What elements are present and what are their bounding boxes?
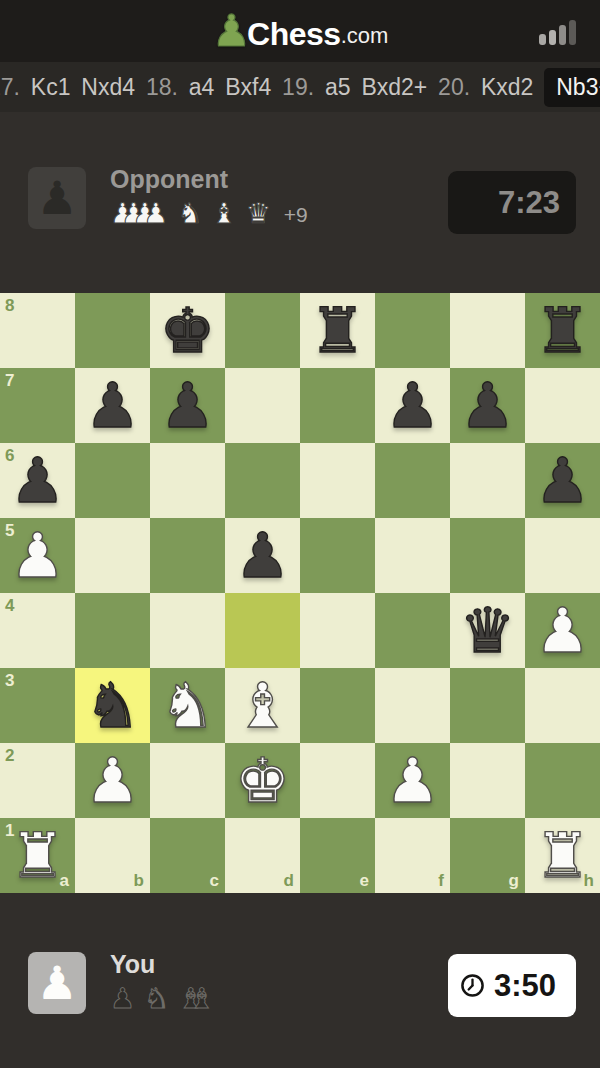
rank-label-8: 8 — [5, 296, 14, 316]
square-h3[interactable] — [525, 668, 600, 743]
captured-knight-icon: ♞ — [177, 199, 202, 229]
square-g2[interactable] — [450, 743, 525, 818]
square-g5[interactable] — [450, 518, 525, 593]
square-c4[interactable] — [150, 593, 225, 668]
logo-suffix: .com — [341, 20, 389, 51]
connection-signal-icon — [539, 20, 576, 45]
captured-knight-icon: ♞ — [144, 984, 169, 1014]
square-b3[interactable]: ♞ — [75, 668, 150, 743]
square-b2[interactable]: ♟ — [75, 743, 150, 818]
square-e3[interactable] — [300, 668, 375, 743]
black-pawn-f7[interactable]: ♟ — [385, 368, 441, 443]
square-e6[interactable] — [300, 443, 375, 518]
captured-group: ♞ — [177, 199, 202, 229]
square-c6[interactable] — [150, 443, 225, 518]
move-san[interactable]: a5 — [325, 74, 351, 101]
chesscom-logo: ♟ Chess .com — [212, 11, 389, 51]
black-pawn-c7[interactable]: ♟ — [160, 368, 216, 443]
move-number[interactable]: 18. — [146, 74, 178, 101]
opponent-name: Opponent — [110, 165, 228, 194]
opponent-row: ♟ Opponent ♟♟♟♟♞♝♛+9 7:23 — [28, 167, 576, 237]
square-d3[interactable]: ♝ — [225, 668, 300, 743]
square-g6[interactable] — [450, 443, 525, 518]
logo-text: Chess — [247, 17, 341, 51]
square-g1[interactable]: g — [450, 818, 525, 893]
square-f6[interactable] — [375, 443, 450, 518]
white-pawn-f2[interactable]: ♟ — [385, 743, 441, 818]
move-san[interactable]: Kc1 — [31, 74, 71, 101]
square-f2[interactable]: ♟ — [375, 743, 450, 818]
square-g8[interactable] — [450, 293, 525, 368]
move-san[interactable]: a4 — [189, 74, 215, 101]
chess-app: ♟ Chess .com 17.Kc1Nxd418.a4Bxf419.a5Bxd… — [0, 0, 600, 1068]
you-clock-time: 3:50 — [494, 968, 556, 1004]
square-d8[interactable] — [225, 293, 300, 368]
white-pawn-h4[interactable]: ♟ — [535, 593, 591, 668]
captured-group: ♟♟♟♟ — [110, 199, 168, 229]
square-f7[interactable]: ♟ — [375, 368, 450, 443]
square-b4[interactable] — [75, 593, 150, 668]
file-label-e: e — [360, 871, 369, 891]
opponent-clock: 7:23 — [448, 171, 576, 234]
move-number[interactable]: 17. — [0, 74, 20, 101]
move-list-bar[interactable]: 17.Kc1Nxd418.a4Bxf419.a5Bxd2+20.Kxd2Nb3+ — [0, 62, 600, 112]
captured-queen-icon: ♛ — [246, 199, 271, 229]
square-c7[interactable]: ♟ — [150, 368, 225, 443]
square-a4[interactable]: 4 — [0, 593, 75, 668]
captured-pawn-icon: ♟ — [143, 199, 168, 229]
square-e1[interactable]: e — [300, 818, 375, 893]
rank-label-3: 3 — [5, 671, 14, 691]
square-d1[interactable]: d — [225, 818, 300, 893]
square-g7[interactable]: ♟ — [450, 368, 525, 443]
black-king-c8[interactable]: ♚ — [160, 293, 216, 368]
black-rook-h8[interactable]: ♜ — [535, 293, 591, 368]
white-pawn-b2[interactable]: ♟ — [85, 743, 141, 818]
white-knight-c3[interactable]: ♞ — [160, 668, 216, 743]
square-f4[interactable] — [375, 593, 450, 668]
square-a6[interactable]: 6♟ — [0, 443, 75, 518]
square-d2[interactable]: ♚ — [225, 743, 300, 818]
move-san[interactable]: Kxd2 — [481, 74, 533, 101]
file-label-c: c — [210, 871, 219, 891]
square-e2[interactable] — [300, 743, 375, 818]
file-label-d: d — [284, 871, 294, 891]
chess-board: 8♚♜♜7♟♟♟♟6♟♟5♟♟4♛♟3♞♞♝2♟♚♟1a♜bcdefgh♜ — [0, 293, 600, 893]
white-king-d2[interactable]: ♚ — [235, 743, 291, 818]
black-pawn-h6[interactable]: ♟ — [535, 443, 591, 518]
you-captured-pieces: ♟♞♝♝ — [110, 984, 214, 1014]
square-d4[interactable] — [225, 593, 300, 668]
square-e7[interactable] — [300, 368, 375, 443]
square-f5[interactable] — [375, 518, 450, 593]
square-f1[interactable]: f — [375, 818, 450, 893]
captured-group: ♝ — [212, 199, 237, 229]
you-avatar[interactable]: ♟ — [28, 952, 86, 1014]
square-b8[interactable] — [75, 293, 150, 368]
square-d5[interactable]: ♟ — [225, 518, 300, 593]
move-san[interactable]: Nxd4 — [81, 74, 135, 101]
square-a3[interactable]: 3 — [0, 668, 75, 743]
square-c5[interactable] — [150, 518, 225, 593]
square-f8[interactable] — [375, 293, 450, 368]
square-g3[interactable] — [450, 668, 525, 743]
square-a2[interactable]: 2 — [0, 743, 75, 818]
avatar-pawn-icon: ♟ — [36, 175, 77, 221]
clock-icon — [460, 973, 485, 998]
square-h5[interactable] — [525, 518, 600, 593]
square-c1[interactable]: c — [150, 818, 225, 893]
square-b5[interactable] — [75, 518, 150, 593]
black-pawn-g7[interactable]: ♟ — [460, 368, 516, 443]
square-d6[interactable] — [225, 443, 300, 518]
move-san[interactable]: Bxf4 — [225, 74, 271, 101]
opponent-clock-time: 7:23 — [498, 185, 560, 221]
square-c8[interactable]: ♚ — [150, 293, 225, 368]
move-list: 17.Kc1Nxd418.a4Bxf419.a5Bxd2+20.Kxd2Nb3+ — [0, 68, 600, 107]
white-rook-h1[interactable]: ♜ — [535, 818, 591, 893]
square-b1[interactable]: b — [75, 818, 150, 893]
file-label-g: g — [509, 871, 519, 891]
black-pawn-b7[interactable]: ♟ — [85, 368, 141, 443]
square-d7[interactable] — [225, 368, 300, 443]
square-f3[interactable] — [375, 668, 450, 743]
square-e4[interactable] — [300, 593, 375, 668]
square-e5[interactable] — [300, 518, 375, 593]
rank-label-4: 4 — [5, 596, 14, 616]
square-a1[interactable]: 1a♜ — [0, 818, 75, 893]
white-rook-a1[interactable]: ♜ — [10, 818, 66, 893]
square-h2[interactable] — [525, 743, 600, 818]
black-knight-b3[interactable]: ♞ — [85, 668, 141, 743]
captured-bishop-icon: ♝ — [189, 984, 214, 1014]
captured-group: ♝♝ — [178, 984, 214, 1014]
white-pawn-a5[interactable]: ♟ — [10, 518, 66, 593]
square-h4[interactable]: ♟ — [525, 593, 600, 668]
black-queen-g4[interactable]: ♛ — [460, 593, 516, 668]
square-e8[interactable]: ♜ — [300, 293, 375, 368]
square-b6[interactable] — [75, 443, 150, 518]
material-advantage: +9 — [284, 201, 308, 229]
square-h7[interactable] — [525, 368, 600, 443]
square-h1[interactable]: h♜ — [525, 818, 600, 893]
square-c2[interactable] — [150, 743, 225, 818]
move-number[interactable]: 20. — [438, 74, 470, 101]
square-h8[interactable]: ♜ — [525, 293, 600, 368]
square-a5[interactable]: 5♟ — [0, 518, 75, 593]
captured-group: ♟ — [110, 984, 135, 1014]
captured-group: ♛ — [246, 199, 271, 229]
opponent-avatar[interactable]: ♟ — [28, 167, 86, 229]
white-bishop-d3[interactable]: ♝ — [235, 668, 291, 743]
chess-pawn-logo-icon: ♟ — [212, 11, 251, 51]
square-g4[interactable]: ♛ — [450, 593, 525, 668]
black-pawn-a6[interactable]: ♟ — [10, 443, 66, 518]
you-name: You — [110, 950, 155, 979]
captured-pawn-icon: ♟ — [110, 984, 135, 1014]
black-rook-e8[interactable]: ♜ — [310, 293, 366, 368]
top-bar: ♟ Chess .com — [0, 0, 600, 62]
you-clock: 3:50 — [448, 954, 576, 1017]
move-san[interactable]: Bxd2+ — [361, 74, 427, 101]
captured-bishop-icon: ♝ — [212, 199, 237, 229]
square-a7[interactable]: 7 — [0, 368, 75, 443]
square-b7[interactable]: ♟ — [75, 368, 150, 443]
black-pawn-d5[interactable]: ♟ — [235, 518, 291, 593]
captured-group: ♞ — [144, 984, 169, 1014]
square-a8[interactable]: 8 — [0, 293, 75, 368]
file-label-b: b — [134, 871, 144, 891]
opponent-captured-pieces: ♟♟♟♟♞♝♛+9 — [110, 199, 308, 229]
avatar-pawn-icon: ♟ — [36, 960, 77, 1006]
move-number[interactable]: 19. — [282, 74, 314, 101]
move-san[interactable]: Nb3+ — [544, 68, 600, 107]
square-c3[interactable]: ♞ — [150, 668, 225, 743]
rank-label-7: 7 — [5, 371, 14, 391]
rank-label-2: 2 — [5, 746, 14, 766]
square-h6[interactable]: ♟ — [525, 443, 600, 518]
file-label-f: f — [438, 871, 444, 891]
you-row: ♟ You ♟♞♝♝ 3:50 — [28, 952, 576, 1022]
